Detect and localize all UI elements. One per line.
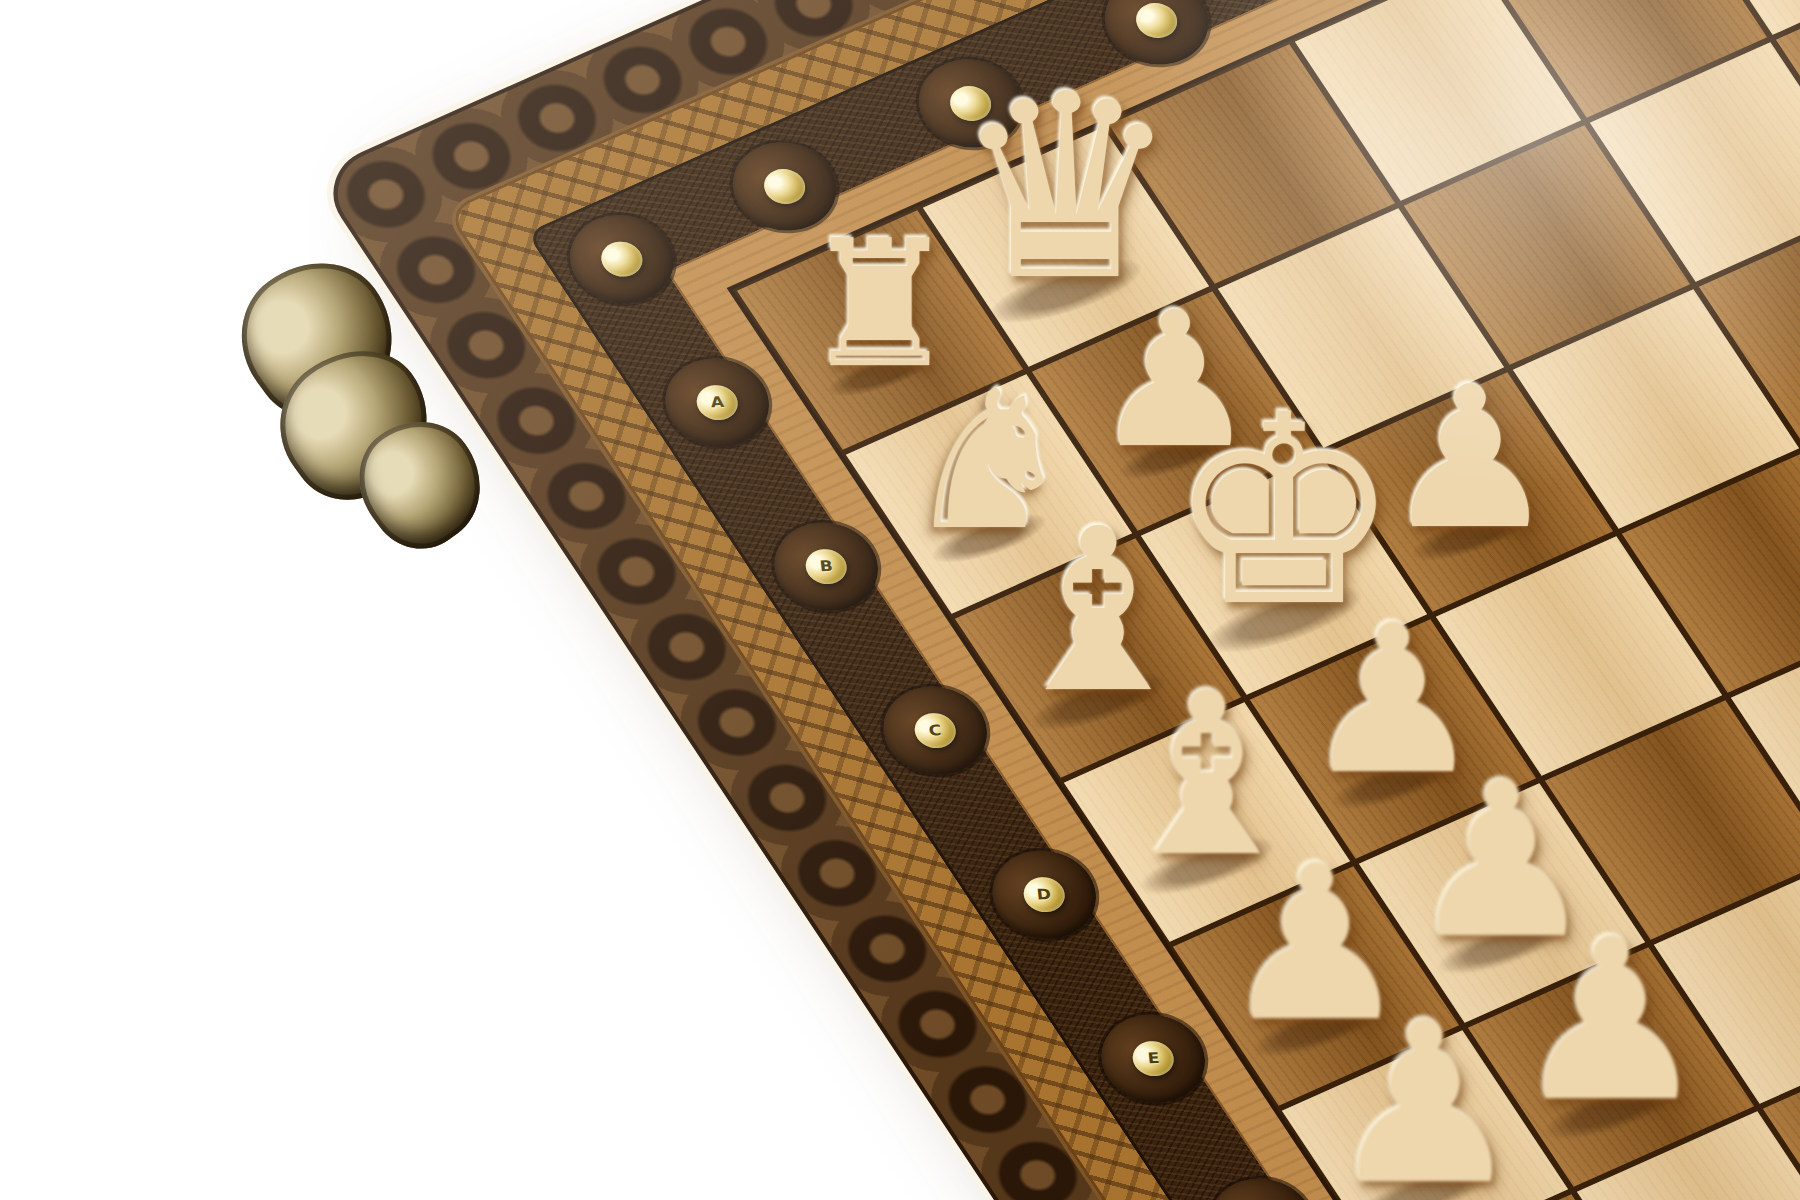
photo-stage: ABCDE ♛♜♟♟♞♚♝♟♝♟♟♟♟ xyxy=(0,0,1800,1200)
white-pawn-c3: ♟ xyxy=(1382,360,1558,556)
pieces-layer: ♛♜♟♟♞♚♝♟♝♟♟♟♟ xyxy=(0,0,1800,1200)
white-pawn-f2: ♟ xyxy=(1511,910,1711,1133)
white-pawn-f1: ♟ xyxy=(1325,993,1525,1200)
